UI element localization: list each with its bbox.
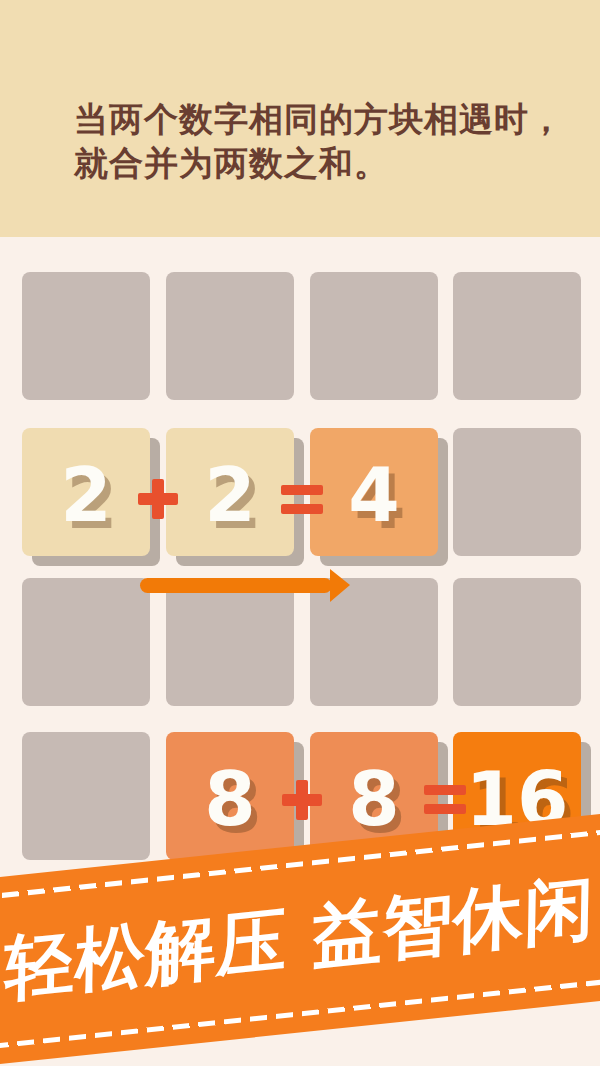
plus-operator-row2 (138, 479, 178, 519)
empty-cell (453, 272, 581, 400)
tutorial-text-line2: 就合并为两数之和。 (74, 141, 600, 185)
arrow-shaft (140, 578, 332, 593)
tile-value: 2 (166, 428, 294, 556)
empty-cell (310, 272, 438, 400)
tile-value: 2 (22, 428, 150, 556)
empty-cell (453, 428, 581, 556)
arrow-head (330, 569, 350, 602)
empty-cell (22, 272, 150, 400)
equals-operator-row2 (281, 485, 323, 514)
empty-cell (166, 272, 294, 400)
tile-2: 2 (22, 428, 150, 556)
tile-4: 4 (310, 428, 438, 556)
empty-cell (22, 732, 150, 860)
plus-operator-row4 (282, 780, 322, 820)
tutorial-header: 当两个数字相同的方块相遇时， 就合并为两数之和。 (0, 0, 600, 237)
empty-cell (22, 578, 150, 706)
merge-arrow-icon (140, 569, 350, 602)
tile-2: 2 (166, 428, 294, 556)
tile-value: 8 (166, 732, 294, 860)
equals-operator-row4 (424, 785, 466, 814)
tutorial-text-line1: 当两个数字相同的方块相遇时， (74, 97, 600, 141)
tile-value: 4 (310, 428, 438, 556)
tile-8: 8 (166, 732, 294, 860)
empty-cell (453, 578, 581, 706)
app-screenshot: 当两个数字相同的方块相遇时， 就合并为两数之和。 2248816 轻松解压 益智… (0, 0, 600, 1066)
